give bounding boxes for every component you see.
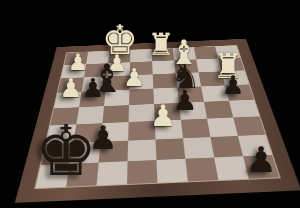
piece-white-pawn-h2[interactable]: ♟: [68, 51, 88, 74]
piece-white-pawn-d6[interactable]: ♟: [150, 101, 177, 131]
chess-scene: ♚♜♝♟♟♜♞♟♝♟♟♟♟♟♟♟♚: [0, 0, 300, 208]
square-c6[interactable]: [181, 119, 211, 139]
piece-black-king-h8[interactable]: ♚: [35, 116, 98, 186]
square-d8[interactable]: [156, 159, 187, 183]
piece-black-pawn-a4[interactable]: ♟: [221, 73, 244, 99]
piece-white-pawn-h4[interactable]: ♟: [59, 75, 82, 101]
square-f8[interactable]: [97, 161, 128, 185]
square-e7[interactable]: [128, 139, 157, 161]
piece-black-pawn-a7[interactable]: ♟: [245, 142, 277, 177]
square-c7[interactable]: [183, 137, 214, 159]
square-e8[interactable]: [127, 160, 157, 184]
square-c8[interactable]: [185, 157, 218, 181]
piece-white-pawn-e4[interactable]: ♟: [123, 66, 145, 91]
square-d7[interactable]: [156, 138, 186, 160]
square-a6[interactable]: [233, 116, 265, 136]
piece-black-pawn-g4[interactable]: ♟: [81, 75, 104, 101]
square-a5[interactable]: [229, 100, 259, 118]
